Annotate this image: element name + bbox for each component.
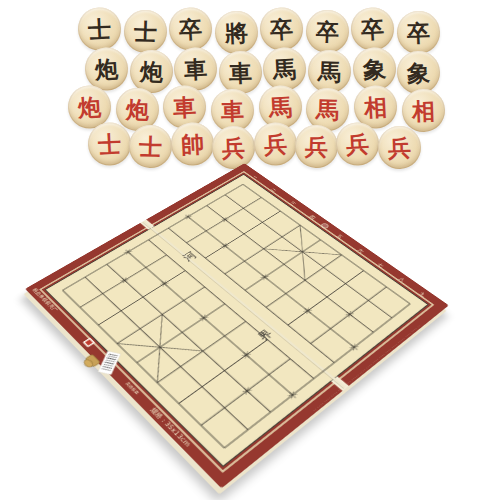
piece-glyph: 卒 — [350, 6, 395, 51]
piece-glyph: 兵 — [377, 125, 421, 169]
piece-glyph: 士 — [123, 9, 167, 53]
piece-red-soldier[interactable]: 兵 — [294, 124, 338, 168]
piece-glyph: 兵 — [294, 124, 338, 168]
piece-black-advisor[interactable]: 士 — [77, 6, 122, 51]
piece-glyph: 士 — [129, 124, 173, 168]
piece-red-soldier[interactable]: 兵 — [211, 125, 255, 169]
piece-black-soldier[interactable]: 卒 — [350, 6, 395, 51]
piece-glyph: 士 — [87, 121, 132, 166]
piece-black-soldier[interactable]: 卒 — [305, 9, 349, 53]
piece-row-black-1: 士 士 卒 將 卒 卒 卒 卒 — [78, 9, 440, 52]
piece-glyph: 卒 — [305, 9, 349, 53]
piece-red-soldier[interactable]: 兵 — [335, 121, 380, 166]
piece-glyph: 卒 — [168, 6, 213, 51]
piece-glyph: 士 — [77, 6, 122, 51]
piece-glyph: 兵 — [211, 125, 255, 169]
piece-glyph: 帥 — [170, 121, 215, 166]
piece-glyph: 卒 — [259, 6, 304, 51]
piece-row-red-2: 士 士 帥 兵 兵 兵 兵 兵 — [88, 124, 419, 167]
piece-red-soldier[interactable]: 兵 — [253, 121, 298, 166]
piece-black-advisor[interactable]: 士 — [123, 9, 167, 53]
piece-red-soldier[interactable]: 兵 — [377, 125, 421, 169]
piece-red-advisor[interactable]: 士 — [87, 121, 132, 166]
piece-black-soldier[interactable]: 卒 — [168, 6, 213, 51]
product-photo: 士 士 卒 將 卒 卒 卒 卒 炮 炮 車 車 馬 馬 象 象 炮 炮 車 車 … — [0, 0, 500, 500]
piece-red-advisor[interactable]: 士 — [129, 124, 173, 168]
piece-glyph: 兵 — [335, 121, 380, 166]
piece-red-general[interactable]: 帥 — [170, 121, 215, 166]
piece-black-soldier[interactable]: 卒 — [259, 6, 304, 51]
piece-glyph: 兵 — [253, 121, 298, 166]
